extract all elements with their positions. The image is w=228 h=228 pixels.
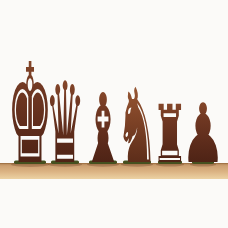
pieces-row: ♚ ♛ ♝ ♞ ♜ ♟ bbox=[7, 33, 225, 195]
queen-piece: ♛ bbox=[45, 58, 85, 188]
pawn-piece: ♟ bbox=[181, 86, 225, 182]
chess-pieces-photo: ♚ ♛ ♝ ♞ ♜ ♟ bbox=[0, 0, 228, 228]
pieces-layer: ♚ ♛ ♝ ♞ ♜ ♟ bbox=[0, 0, 228, 228]
